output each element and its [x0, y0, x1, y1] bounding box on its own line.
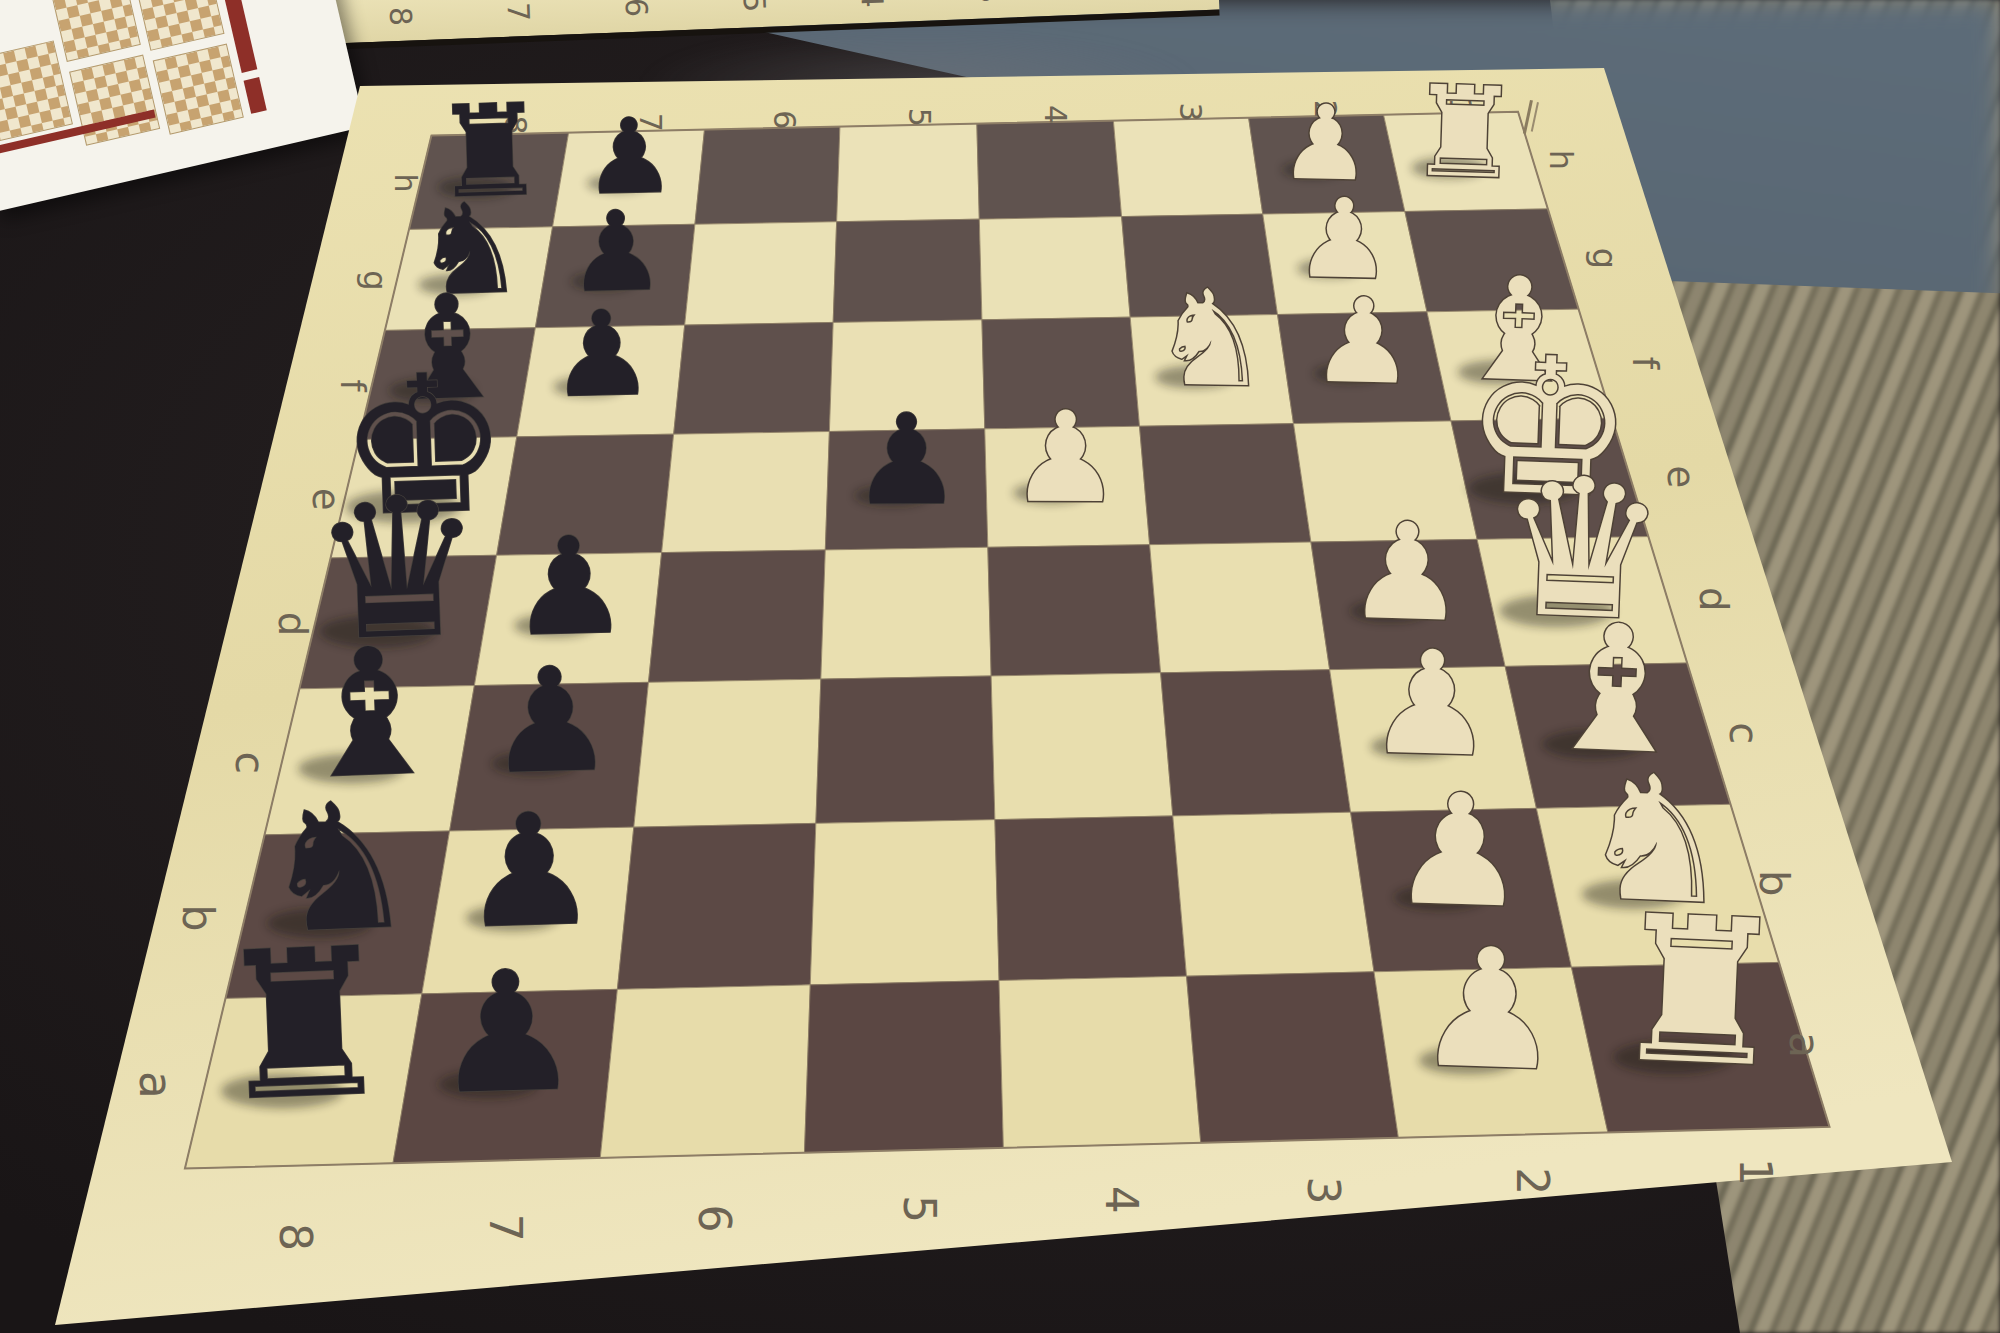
- piece-white-pawn-e4: ♟: [1009, 384, 1122, 530]
- square-d5: [821, 547, 991, 679]
- square-a5: [804, 980, 1003, 1152]
- coord-bottom-8: 8: [270, 1223, 321, 1251]
- piece-white-pawn-f2: ♟: [1309, 272, 1417, 410]
- square-d4: [988, 545, 1161, 676]
- square-d6: [648, 550, 825, 682]
- square-g6: [685, 222, 837, 325]
- square-b4: [995, 816, 1187, 981]
- coord-top-6: 6: [767, 110, 802, 129]
- coord-left-a: a: [129, 1071, 182, 1099]
- square-e6: [662, 431, 830, 552]
- chessboard-photo: 8765432187654321hgfedcbahgfedcba♜♟♟♜♟♟♞♝…: [0, 0, 2000, 1333]
- square-h6: [695, 127, 840, 225]
- coord-top-3: 3: [1173, 102, 1208, 121]
- square-h3: [1113, 118, 1262, 217]
- square-h5: [837, 124, 980, 222]
- square-b3: [1173, 812, 1374, 976]
- coord-bottom-2: 2: [1507, 1167, 1558, 1195]
- coord-bottom-6: 6: [689, 1204, 740, 1232]
- coord-bottom-7: 7: [480, 1214, 531, 1242]
- square-g5: [833, 219, 982, 322]
- square-f6: [674, 322, 834, 434]
- piece-black-pawn-f7: ♟: [548, 285, 656, 424]
- square-c6: [634, 679, 821, 827]
- square-a6: [600, 985, 810, 1158]
- piece-white-knight-f3: ♞: [1150, 262, 1270, 417]
- piece-white-rook-a1: ♜: [1605, 871, 1795, 1112]
- piece-white-rook-h1: ♜: [1406, 58, 1522, 206]
- coord-right-a: a: [1780, 1032, 1830, 1058]
- coord-right-h: h: [1542, 150, 1580, 170]
- square-a4: [999, 976, 1201, 1148]
- square-g4: [979, 217, 1130, 320]
- coord-bottom-3: 3: [1298, 1177, 1349, 1205]
- square-a3: [1187, 972, 1399, 1143]
- square-c4: [991, 673, 1173, 820]
- coord-right-c: c: [1721, 722, 1767, 744]
- square-e3: [1140, 424, 1311, 545]
- piece-black-rook-a8: ♜: [208, 902, 400, 1146]
- square-c3: [1161, 670, 1351, 816]
- square-h4: [977, 121, 1122, 220]
- square-b6: [617, 823, 815, 989]
- square-c5: [816, 676, 995, 823]
- coord-top-4: 4: [1038, 105, 1073, 124]
- piece-black-pawn-e5: ♟: [850, 387, 963, 533]
- piece-black-pawn-a7: ♟: [430, 934, 585, 1131]
- coord-bottom-4: 4: [1096, 1186, 1147, 1214]
- coord-top-5: 5: [902, 108, 937, 127]
- coord-right-g: g: [1585, 248, 1624, 269]
- coord-bottom-5: 5: [894, 1195, 945, 1223]
- square-b5: [810, 820, 999, 985]
- piece-white-pawn-a2: ♟: [1412, 911, 1566, 1108]
- square-d3: [1150, 542, 1330, 673]
- photo-scene: 8765432 8765432187654321hgfedcbahgfedcba…: [0, 0, 2000, 1333]
- coord-bottom-1: 1: [1730, 1158, 1781, 1186]
